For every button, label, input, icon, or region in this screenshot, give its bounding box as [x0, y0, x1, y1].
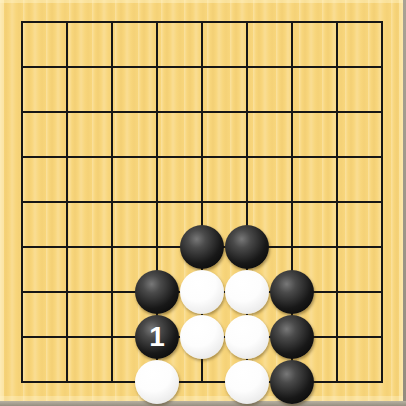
black-stone — [180, 225, 224, 269]
white-stone — [225, 315, 269, 359]
black-stone — [270, 315, 314, 359]
go-board-scene: 1 — [0, 0, 406, 406]
move-number-label: 1 — [149, 323, 165, 351]
black-stone — [270, 270, 314, 314]
white-stone — [225, 270, 269, 314]
white-stone — [180, 315, 224, 359]
white-stone — [225, 360, 269, 404]
black-stone — [270, 360, 314, 404]
stones-layer: 1 — [0, 0, 406, 406]
white-stone — [180, 270, 224, 314]
white-stone — [135, 360, 179, 404]
black-stone — [225, 225, 269, 269]
black-stone: 1 — [135, 315, 179, 359]
black-stone — [135, 270, 179, 314]
